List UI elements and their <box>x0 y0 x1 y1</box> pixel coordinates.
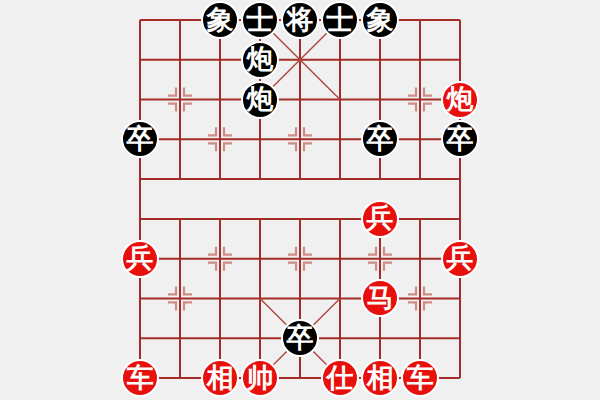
point-marker <box>424 302 432 310</box>
piece-black-cannon[interactable]: 炮 <box>241 41 279 79</box>
point-marker <box>184 104 192 112</box>
point-marker <box>368 247 376 255</box>
xiangqi-board: 象士将士象炮炮炮卒卒卒兵兵兵马卒车相帅仕相车 <box>0 0 600 400</box>
point-marker <box>288 263 296 271</box>
piece-black-soldier[interactable]: 卒 <box>361 120 399 158</box>
piece-black-elephant[interactable]: 象 <box>361 1 399 39</box>
point-marker <box>184 286 192 294</box>
piece-red-horse[interactable]: 马 <box>361 279 399 317</box>
point-marker <box>304 143 312 151</box>
point-marker <box>184 88 192 96</box>
point-marker <box>168 302 176 310</box>
point-marker <box>184 302 192 310</box>
point-marker <box>208 143 216 151</box>
point-marker <box>408 88 416 96</box>
point-marker <box>408 302 416 310</box>
point-marker <box>168 88 176 96</box>
piece-red-cannon[interactable]: 炮 <box>441 81 479 119</box>
piece-red-soldier[interactable]: 兵 <box>441 240 479 278</box>
point-marker <box>208 247 216 255</box>
piece-black-general[interactable]: 将 <box>281 1 319 39</box>
piece-red-elephant[interactable]: 相 <box>201 359 239 397</box>
point-marker <box>424 88 432 96</box>
piece-red-soldier[interactable]: 兵 <box>121 240 159 278</box>
point-marker <box>288 247 296 255</box>
point-marker <box>304 247 312 255</box>
piece-black-cannon[interactable]: 炮 <box>241 81 279 119</box>
point-marker <box>304 263 312 271</box>
piece-red-advisor[interactable]: 仕 <box>321 359 359 397</box>
point-marker <box>224 127 232 135</box>
point-marker <box>224 143 232 151</box>
point-marker <box>384 247 392 255</box>
piece-red-general[interactable]: 帅 <box>241 359 279 397</box>
point-marker <box>208 127 216 135</box>
point-marker <box>288 143 296 151</box>
point-marker <box>168 286 176 294</box>
point-marker <box>408 104 416 112</box>
piece-black-advisor[interactable]: 士 <box>241 1 279 39</box>
point-marker <box>208 263 216 271</box>
point-marker <box>384 263 392 271</box>
point-marker <box>224 247 232 255</box>
point-marker <box>288 127 296 135</box>
point-marker <box>424 286 432 294</box>
piece-black-soldier[interactable]: 卒 <box>441 120 479 158</box>
point-marker <box>224 263 232 271</box>
piece-red-elephant[interactable]: 相 <box>361 359 399 397</box>
piece-red-chariot[interactable]: 车 <box>121 359 159 397</box>
piece-black-soldier[interactable]: 卒 <box>281 319 319 357</box>
piece-red-soldier[interactable]: 兵 <box>361 200 399 238</box>
piece-red-chariot[interactable]: 车 <box>401 359 439 397</box>
piece-black-soldier[interactable]: 卒 <box>121 120 159 158</box>
point-marker <box>168 104 176 112</box>
point-marker <box>424 104 432 112</box>
piece-black-advisor[interactable]: 士 <box>321 1 359 39</box>
point-marker <box>408 286 416 294</box>
piece-black-elephant[interactable]: 象 <box>201 1 239 39</box>
point-marker <box>368 263 376 271</box>
point-marker <box>304 127 312 135</box>
